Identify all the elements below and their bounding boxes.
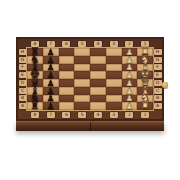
square-c6[interactable]: [59, 87, 75, 95]
square-a2[interactable]: ♟: [122, 102, 138, 110]
square-e8[interactable]: ♚: [27, 71, 43, 79]
square-h2[interactable]: ♟: [122, 48, 138, 56]
square-a5[interactable]: [74, 102, 90, 110]
black-pawn: ♟: [43, 102, 59, 111]
brass-clasp-icon: [162, 82, 168, 88]
square-h8[interactable]: ♜: [27, 48, 43, 56]
coordinate-label-d: D: [154, 80, 162, 86]
square-e4[interactable]: [90, 71, 106, 79]
coordinate-label-8: 8: [31, 112, 39, 118]
coordinate-label-4: 4: [94, 41, 102, 47]
coordinate-label-a: A: [19, 103, 27, 109]
square-a6[interactable]: [59, 102, 75, 110]
coordinate-label-5: 5: [78, 112, 86, 118]
square-b3[interactable]: [106, 95, 122, 103]
coordinate-label-7: 7: [47, 41, 55, 47]
square-d3[interactable]: [106, 79, 122, 87]
square-h5[interactable]: [74, 48, 90, 56]
square-b5[interactable]: [74, 95, 90, 103]
square-g8[interactable]: ♞: [27, 56, 43, 64]
square-d5[interactable]: [74, 79, 90, 87]
coordinate-label-c: C: [19, 88, 27, 94]
coordinate-label-7: 7: [47, 112, 55, 118]
square-e7[interactable]: ♟: [43, 71, 59, 79]
coordinate-label-1: 1: [141, 41, 149, 47]
coordinate-label-1: 1: [141, 112, 149, 118]
square-f4[interactable]: [90, 64, 106, 72]
square-h3[interactable]: [106, 48, 122, 56]
square-d7[interactable]: ♟: [43, 79, 59, 87]
square-c8[interactable]: ♝: [27, 87, 43, 95]
square-f6[interactable]: [59, 64, 75, 72]
square-a3[interactable]: [106, 102, 122, 110]
square-a7[interactable]: ♟: [43, 102, 59, 110]
coordinate-label-c: C: [154, 88, 162, 94]
square-e5[interactable]: [74, 71, 90, 79]
coordinate-label-b: B: [19, 95, 27, 101]
white-pawn: ♟: [122, 102, 138, 111]
square-a1[interactable]: ♜: [137, 102, 153, 110]
square-f3[interactable]: [106, 64, 122, 72]
square-g4[interactable]: [90, 56, 106, 64]
square-d8[interactable]: ♛: [27, 79, 43, 87]
coordinate-label-g: G: [19, 57, 27, 63]
square-b4[interactable]: [90, 95, 106, 103]
coordinate-label-6: 6: [62, 41, 70, 47]
square-c2[interactable]: ♟: [122, 87, 138, 95]
square-g6[interactable]: [59, 56, 75, 64]
square-g3[interactable]: [106, 56, 122, 64]
board-top-coordinates: 87654321: [27, 39, 153, 48]
white-rook: ♜: [137, 100, 153, 111]
square-f7[interactable]: ♟: [43, 64, 59, 72]
coordinate-label-4: 4: [94, 112, 102, 118]
coordinate-label-b: B: [154, 95, 162, 101]
coordinate-label-a: A: [154, 103, 162, 109]
coordinate-label-8: 8: [31, 41, 39, 47]
coordinate-label-5: 5: [78, 41, 86, 47]
coordinate-label-g: G: [154, 57, 162, 63]
square-d6[interactable]: [59, 79, 75, 87]
square-b1[interactable]: ♞: [137, 95, 153, 103]
square-c4[interactable]: [90, 87, 106, 95]
coordinate-label-h: H: [154, 49, 162, 55]
square-h7[interactable]: ♟: [43, 48, 59, 56]
square-f2[interactable]: ♟: [122, 64, 138, 72]
coordinate-label-e: E: [154, 72, 162, 78]
product-photo: 87654321 HGFEDCBA ♜♟♟♜♞♟♟♞♝♟♟♝♚♟♟♚♛♟♟♛♝♟…: [0, 0, 180, 180]
square-e2[interactable]: ♟: [122, 71, 138, 79]
square-f5[interactable]: [74, 64, 90, 72]
coordinate-label-3: 3: [110, 112, 118, 118]
coordinate-label-h: H: [19, 49, 27, 55]
black-rook: ♜: [27, 100, 43, 111]
square-e3[interactable]: [106, 71, 122, 79]
fold-seam: [90, 122, 91, 131]
coordinate-label-e: E: [19, 72, 27, 78]
squares-grid: ♜♟♟♜♞♟♟♞♝♟♟♝♚♟♟♚♛♟♟♛♝♟♟♝♞♟♟♞♜♟♟♜: [27, 48, 153, 110]
square-a8[interactable]: ♜: [27, 102, 43, 110]
board-right-coordinates: HGFEDCBA: [153, 48, 162, 110]
square-a4[interactable]: [90, 102, 106, 110]
square-e6[interactable]: [59, 71, 75, 79]
square-d2[interactable]: ♟: [122, 79, 138, 87]
square-g5[interactable]: [74, 56, 90, 64]
square-c5[interactable]: [74, 87, 90, 95]
coordinate-label-f: F: [154, 64, 162, 70]
coordinate-label-6: 6: [62, 112, 70, 118]
square-c1[interactable]: ♝: [137, 87, 153, 95]
coordinate-label-d: D: [19, 80, 27, 86]
square-h1[interactable]: ♜: [137, 48, 153, 56]
coordinate-label-2: 2: [125, 41, 133, 47]
board-face: 87654321 HGFEDCBA ♜♟♟♜♞♟♟♞♝♟♟♝♚♟♟♚♛♟♟♛♝♟…: [16, 37, 164, 121]
square-d1[interactable]: ♛: [137, 79, 153, 87]
square-g1[interactable]: ♞: [137, 56, 153, 64]
board-bottom-coordinates: 87654321: [27, 110, 153, 119]
square-f1[interactable]: ♝: [137, 64, 153, 72]
square-d4[interactable]: [90, 79, 106, 87]
square-b2[interactable]: ♟: [122, 95, 138, 103]
coordinate-label-2: 2: [125, 112, 133, 118]
square-g2[interactable]: ♟: [122, 56, 138, 64]
square-h4[interactable]: [90, 48, 106, 56]
box-front-edge: [16, 121, 164, 131]
square-e1[interactable]: ♚: [137, 71, 153, 79]
square-f8[interactable]: ♝: [27, 64, 43, 72]
square-c7[interactable]: ♟: [43, 87, 59, 95]
square-b7[interactable]: ♟: [43, 95, 59, 103]
square-c3[interactable]: [106, 87, 122, 95]
coordinate-label-f: F: [19, 64, 27, 70]
square-b8[interactable]: ♞: [27, 95, 43, 103]
square-h6[interactable]: [59, 48, 75, 56]
board-left-coordinates: HGFEDCBA: [18, 48, 27, 110]
square-g7[interactable]: ♟: [43, 56, 59, 64]
square-b6[interactable]: [59, 95, 75, 103]
coordinate-label-3: 3: [110, 41, 118, 47]
chess-board: 87654321 HGFEDCBA ♜♟♟♜♞♟♟♞♝♟♟♝♚♟♟♚♛♟♟♛♝♟…: [16, 37, 164, 131]
